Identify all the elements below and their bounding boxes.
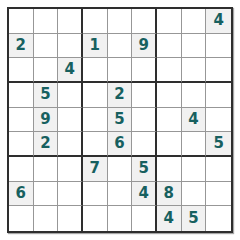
cell-r5c9[interactable] [206, 108, 231, 133]
cell-r4c2[interactable]: 5 [34, 83, 59, 108]
cell-r5c1[interactable] [9, 108, 34, 133]
cell-r2c7[interactable] [157, 34, 182, 59]
cell-r7c2[interactable] [34, 157, 59, 182]
cell-r9c6[interactable] [132, 206, 157, 231]
cell-r7c5[interactable] [108, 157, 133, 182]
cell-r2c1[interactable]: 2 [9, 34, 34, 59]
cell-r3c1[interactable] [9, 58, 34, 83]
cell-r1c8[interactable] [182, 9, 207, 34]
cell-r3c7[interactable] [157, 58, 182, 83]
cell-r6c6[interactable] [132, 132, 157, 157]
cell-r8c2[interactable] [34, 182, 59, 207]
cell-r3c2[interactable] [34, 58, 59, 83]
cell-r8c1[interactable]: 6 [9, 182, 34, 207]
cell-r9c8[interactable]: 5 [182, 206, 207, 231]
cell-r9c7[interactable]: 4 [157, 206, 182, 231]
cell-r6c3[interactable] [58, 132, 83, 157]
cell-r3c5[interactable] [108, 58, 133, 83]
cell-r1c6[interactable] [132, 9, 157, 34]
cell-r1c1[interactable] [9, 9, 34, 34]
cell-r6c2[interactable]: 2 [34, 132, 59, 157]
cell-r2c9[interactable] [206, 34, 231, 59]
sudoku-grid: 42194529542657564845 [7, 7, 233, 233]
cell-r3c9[interactable] [206, 58, 231, 83]
cell-r2c8[interactable] [182, 34, 207, 59]
cell-r7c3[interactable] [58, 157, 83, 182]
cell-r5c3[interactable] [58, 108, 83, 133]
cell-r4c8[interactable] [182, 83, 207, 108]
cell-r1c5[interactable] [108, 9, 133, 34]
cell-r3c4[interactable] [83, 58, 108, 83]
cell-r8c5[interactable] [108, 182, 133, 207]
cell-r4c4[interactable] [83, 83, 108, 108]
cell-r9c4[interactable] [83, 206, 108, 231]
cell-r1c4[interactable] [83, 9, 108, 34]
sudoku-board: 42194529542657564845 [0, 0, 240, 240]
cell-r9c9[interactable] [206, 206, 231, 231]
cell-r1c9[interactable]: 4 [206, 9, 231, 34]
cell-r7c4[interactable]: 7 [83, 157, 108, 182]
cell-r4c7[interactable] [157, 83, 182, 108]
cell-r3c8[interactable] [182, 58, 207, 83]
cell-r5c5[interactable]: 5 [108, 108, 133, 133]
cell-r5c6[interactable] [132, 108, 157, 133]
cell-r4c3[interactable] [58, 83, 83, 108]
cell-r7c7[interactable] [157, 157, 182, 182]
cell-r6c9[interactable]: 5 [206, 132, 231, 157]
cell-r8c7[interactable]: 8 [157, 182, 182, 207]
cell-r4c5[interactable]: 2 [108, 83, 133, 108]
cell-r5c4[interactable] [83, 108, 108, 133]
cell-r2c2[interactable] [34, 34, 59, 59]
cell-r7c1[interactable] [9, 157, 34, 182]
cell-r7c6[interactable]: 5 [132, 157, 157, 182]
cell-r5c7[interactable] [157, 108, 182, 133]
cell-r2c6[interactable]: 9 [132, 34, 157, 59]
cell-r8c6[interactable]: 4 [132, 182, 157, 207]
cell-r8c9[interactable] [206, 182, 231, 207]
cell-r1c7[interactable] [157, 9, 182, 34]
cell-r1c3[interactable] [58, 9, 83, 34]
cell-r9c2[interactable] [34, 206, 59, 231]
cell-r6c4[interactable] [83, 132, 108, 157]
cell-r9c1[interactable] [9, 206, 34, 231]
cell-r6c8[interactable] [182, 132, 207, 157]
cell-r9c5[interactable] [108, 206, 133, 231]
cell-r2c5[interactable] [108, 34, 133, 59]
cell-r9c3[interactable] [58, 206, 83, 231]
cell-r8c8[interactable] [182, 182, 207, 207]
cell-r5c2[interactable]: 9 [34, 108, 59, 133]
cell-r5c8[interactable]: 4 [182, 108, 207, 133]
cell-r3c6[interactable] [132, 58, 157, 83]
cell-r6c1[interactable] [9, 132, 34, 157]
cell-r3c3[interactable]: 4 [58, 58, 83, 83]
cell-r7c9[interactable] [206, 157, 231, 182]
cell-r4c1[interactable] [9, 83, 34, 108]
cell-r2c4[interactable]: 1 [83, 34, 108, 59]
cell-r8c3[interactable] [58, 182, 83, 207]
cell-r4c9[interactable] [206, 83, 231, 108]
cell-r4c6[interactable] [132, 83, 157, 108]
cell-r7c8[interactable] [182, 157, 207, 182]
cell-r6c7[interactable] [157, 132, 182, 157]
cell-r2c3[interactable] [58, 34, 83, 59]
cell-r6c5[interactable]: 6 [108, 132, 133, 157]
cell-r8c4[interactable] [83, 182, 108, 207]
cell-r1c2[interactable] [34, 9, 59, 34]
